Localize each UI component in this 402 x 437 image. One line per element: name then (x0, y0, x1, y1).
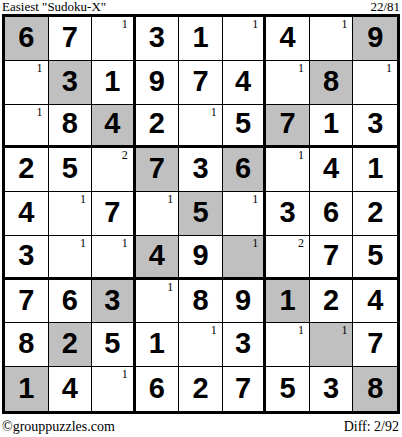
pencil-mark: 1 (80, 193, 86, 205)
cell-digit: 4 (367, 286, 383, 317)
pencil-mark: 1 (386, 62, 392, 74)
cell-r7c1[interactable]: 7 (5, 280, 49, 324)
cell-r7c6[interactable]: 9 (223, 280, 267, 324)
cell-digit: 4 (104, 109, 120, 140)
cell-r5c9[interactable]: 2 (353, 192, 397, 236)
cell-digit: 5 (104, 329, 120, 360)
pencil-mark: 1 (252, 237, 258, 249)
cell-digit: 4 (149, 241, 165, 272)
cell-r2c9[interactable]: 1 (353, 61, 397, 105)
cell-digit: 7 (323, 241, 339, 272)
cell-r7c7[interactable]: 1 (266, 280, 310, 324)
cell-digit: 4 (323, 154, 339, 185)
footer: ©grouppuzzles.com Diff: 2/92 (0, 419, 402, 434)
cell-r7c4[interactable]: 1 (136, 280, 180, 324)
pencil-mark: 1 (298, 324, 304, 336)
cell-r3c4[interactable]: 2 (136, 105, 180, 149)
cell-r1c2[interactable]: 7 (49, 17, 93, 61)
cell-r6c8[interactable]: 7 (310, 236, 354, 280)
pencil-mark: 1 (122, 18, 128, 30)
cell-r2c8[interactable]: 8 (310, 61, 354, 105)
cell-digit: 3 (280, 198, 296, 229)
cell-r5c5[interactable]: 5 (179, 192, 223, 236)
cell-r3c1[interactable]: 1 (5, 105, 49, 149)
cell-r8c4[interactable]: 1 (136, 323, 180, 367)
pencil-mark: 1 (167, 193, 173, 205)
cell-r1c6[interactable]: 1 (223, 17, 267, 61)
cell-digit: 8 (192, 286, 208, 317)
cell-r8c6[interactable]: 3 (223, 323, 267, 367)
cell-r1c1[interactable]: 6 (5, 17, 49, 61)
cell-r9c3[interactable]: 1 (92, 367, 136, 411)
cell-digit: 8 (62, 109, 78, 140)
pencil-mark: 1 (211, 324, 217, 336)
cell-r7c3[interactable]: 3 (92, 280, 136, 324)
cell-r6c2[interactable]: 1 (49, 236, 93, 280)
cell-digit: 3 (62, 67, 78, 98)
pencil-mark: 1 (37, 106, 43, 118)
pencil-mark: 1 (298, 62, 304, 74)
cell-digit: 6 (18, 23, 34, 54)
cell-r4c2[interactable]: 5 (49, 148, 93, 192)
cell-r4c6[interactable]: 6 (223, 148, 267, 192)
cell-r5c7[interactable]: 3 (266, 192, 310, 236)
cell-r9c2[interactable]: 4 (49, 367, 93, 411)
cell-digit: 7 (367, 329, 383, 360)
cell-digit: 1 (149, 329, 165, 360)
cell-r7c5[interactable]: 8 (179, 280, 223, 324)
cell-r8c9[interactable]: 7 (353, 323, 397, 367)
cell-r6c9[interactable]: 5 (353, 236, 397, 280)
cell-digit: 4 (235, 67, 251, 98)
cell-r9c8[interactable]: 3 (310, 367, 354, 411)
cell-r4c3[interactable]: 2 (92, 148, 136, 192)
cell-r4c1[interactable]: 2 (5, 148, 49, 192)
cell-digit: 7 (149, 154, 165, 185)
cell-r4c7[interactable]: 1 (266, 148, 310, 192)
cell-r9c7[interactable]: 5 (266, 367, 310, 411)
cell-r3c7[interactable]: 7 (266, 105, 310, 149)
cell-r5c2[interactable]: 1 (49, 192, 93, 236)
cell-r8c8[interactable]: 1 (310, 323, 354, 367)
cell-digit: 7 (18, 286, 34, 317)
cell-r7c2[interactable]: 6 (49, 280, 93, 324)
cell-r2c3[interactable]: 1 (92, 61, 136, 105)
cell-digit: 3 (192, 154, 208, 185)
cell-r9c6[interactable]: 7 (223, 367, 267, 411)
cell-digit: 2 (18, 154, 34, 185)
cell-digit: 1 (18, 374, 34, 405)
cell-r9c5[interactable]: 2 (179, 367, 223, 411)
cell-r2c1[interactable]: 1 (5, 61, 49, 105)
sudoku-board: 6713114191319741811842157132527361414171… (2, 14, 400, 414)
cell-digit: 4 (280, 23, 296, 54)
cell-digit: 9 (235, 286, 251, 317)
cell-r6c4[interactable]: 4 (136, 236, 180, 280)
cell-r5c1[interactable]: 4 (5, 192, 49, 236)
cell-digit: 4 (18, 198, 34, 229)
cell-digit: 1 (280, 286, 296, 317)
pencil-mark: 1 (211, 106, 217, 118)
pencil-mark: 1 (37, 62, 43, 74)
cell-digit: 6 (149, 374, 165, 405)
cell-r9c4[interactable]: 6 (136, 367, 180, 411)
cell-r3c2[interactable]: 8 (49, 105, 93, 149)
cell-r9c9[interactable]: 8 (353, 367, 397, 411)
cell-r3c9[interactable]: 3 (353, 105, 397, 149)
cell-r1c9[interactable]: 9 (353, 17, 397, 61)
cell-digit: 5 (235, 109, 251, 140)
pencil-mark: 1 (80, 237, 86, 249)
cell-r2c5[interactable]: 7 (179, 61, 223, 105)
cell-digit: 6 (62, 286, 78, 317)
cell-r2c2[interactable]: 3 (49, 61, 93, 105)
cell-r4c4[interactable]: 7 (136, 148, 180, 192)
pencil-mark: 2 (122, 149, 128, 161)
cell-digit: 1 (367, 154, 383, 185)
cell-r3c5[interactable]: 1 (179, 105, 223, 149)
cell-r1c7[interactable]: 4 (266, 17, 310, 61)
cell-r8c2[interactable]: 2 (49, 323, 93, 367)
cell-r3c6[interactable]: 5 (223, 105, 267, 149)
pencil-mark: 1 (298, 149, 304, 161)
cell-r8c7[interactable]: 1 (266, 323, 310, 367)
pencil-mark: 1 (252, 18, 258, 30)
cell-digit: 6 (235, 154, 251, 185)
cell-r5c8[interactable]: 6 (310, 192, 354, 236)
cell-digit: 5 (280, 374, 296, 405)
cell-digit: 3 (367, 109, 383, 140)
pencil-mark: 1 (167, 281, 173, 293)
cell-r2c4[interactable]: 9 (136, 61, 180, 105)
cell-digit: 7 (280, 109, 296, 140)
cell-r5c6[interactable]: 1 (223, 192, 267, 236)
cell-r1c4[interactable]: 3 (136, 17, 180, 61)
cell-r4c5[interactable]: 3 (179, 148, 223, 192)
pencil-mark: 1 (341, 324, 347, 336)
cell-digit: 8 (367, 374, 383, 405)
cell-digit: 1 (323, 109, 339, 140)
cell-digit: 3 (104, 286, 120, 317)
cell-digit: 7 (235, 374, 251, 405)
cell-r6c3[interactable]: 1 (92, 236, 136, 280)
cell-r2c7[interactable]: 1 (266, 61, 310, 105)
cell-r4c9[interactable]: 1 (353, 148, 397, 192)
cell-r6c7[interactable]: 2 (266, 236, 310, 280)
cell-r8c3[interactable]: 5 (92, 323, 136, 367)
cell-r7c8[interactable]: 2 (310, 280, 354, 324)
cell-r2c6[interactable]: 4 (223, 61, 267, 105)
cell-digit: 8 (323, 67, 339, 98)
cell-digit: 9 (367, 23, 383, 54)
cell-digit: 2 (367, 198, 383, 229)
puzzle-title: Easiest "Sudoku-X" (2, 0, 106, 13)
cell-digit: 6 (323, 198, 339, 229)
cell-r3c3[interactable]: 4 (92, 105, 136, 149)
cell-digit: 2 (149, 109, 165, 140)
cell-digit: 3 (323, 374, 339, 405)
empty-cells-counter: 22/81 (370, 0, 400, 13)
cell-r1c8[interactable]: 1 (310, 17, 354, 61)
cell-digit: 7 (104, 198, 120, 229)
cell-r6c1[interactable]: 3 (5, 236, 49, 280)
header: Easiest "Sudoku-X" 22/81 (0, 0, 402, 13)
cell-digit: 3 (18, 241, 34, 272)
cell-digit: 2 (323, 286, 339, 317)
cell-r7c9[interactable]: 4 (353, 280, 397, 324)
difficulty-text: Diff: 2/92 (344, 419, 399, 434)
cell-r1c5[interactable]: 1 (179, 17, 223, 61)
cell-r6c6[interactable]: 1 (223, 236, 267, 280)
cell-digit: 3 (235, 329, 251, 360)
cell-digit: 4 (62, 374, 78, 405)
cell-r8c5[interactable]: 1 (179, 323, 223, 367)
cell-digit: 7 (62, 23, 78, 54)
cell-r1c3[interactable]: 1 (92, 17, 136, 61)
pencil-mark: 1 (122, 237, 128, 249)
pencil-mark: 1 (341, 18, 347, 30)
cell-r5c3[interactable]: 7 (92, 192, 136, 236)
cell-r5c4[interactable]: 1 (136, 192, 180, 236)
cell-digit: 1 (192, 23, 208, 54)
cell-r8c1[interactable]: 8 (5, 323, 49, 367)
cell-digit: 7 (192, 67, 208, 98)
cell-digit: 2 (192, 374, 208, 405)
pencil-mark: 1 (122, 368, 128, 380)
cell-digit: 5 (367, 241, 383, 272)
cell-digit: 3 (149, 23, 165, 54)
pencil-mark: 1 (252, 193, 258, 205)
sudoku-page: Easiest "Sudoku-X" 22/81 671311419131974… (0, 0, 402, 437)
cell-digit: 5 (62, 154, 78, 185)
cell-digit: 2 (62, 329, 78, 360)
cell-r6c5[interactable]: 9 (179, 236, 223, 280)
cell-r4c8[interactable]: 4 (310, 148, 354, 192)
cell-digit: 9 (192, 241, 208, 272)
copyright-text: ©grouppuzzles.com (2, 419, 115, 434)
cell-digit: 1 (104, 67, 120, 98)
cell-digit: 5 (192, 198, 208, 229)
cell-r9c1[interactable]: 1 (5, 367, 49, 411)
pencil-mark: 2 (298, 237, 304, 249)
cell-digit: 8 (18, 329, 34, 360)
cell-r3c8[interactable]: 1 (310, 105, 354, 149)
cell-digit: 9 (149, 67, 165, 98)
